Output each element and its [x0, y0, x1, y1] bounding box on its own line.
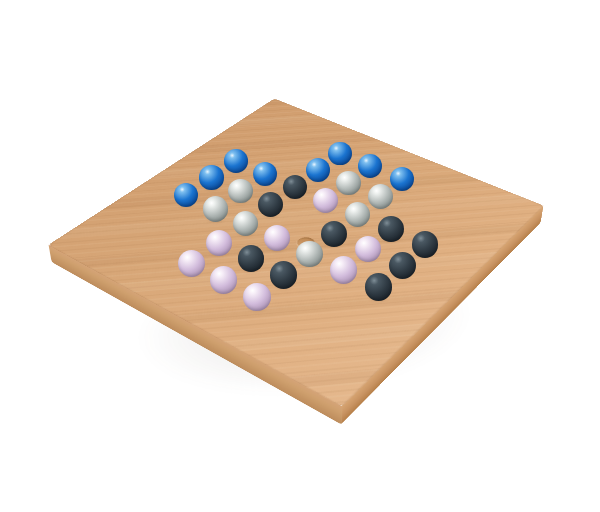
marble-blue-b3[interactable]: [253, 162, 277, 186]
marble-gray-e2[interactable]: [368, 184, 393, 209]
marble-lavender-d3[interactable]: [313, 188, 338, 213]
marble-blue-d1[interactable]: [358, 154, 382, 178]
marble-black-c3[interactable]: [283, 175, 308, 200]
marble-lavender-c7[interactable]: [178, 250, 205, 277]
marble-blue-a4[interactable]: [199, 165, 223, 189]
marble-blue-c1[interactable]: [328, 142, 351, 165]
marble-black-f3[interactable]: [378, 216, 404, 242]
marble-black-d6[interactable]: [238, 245, 265, 272]
marble-gray-b4[interactable]: [228, 179, 253, 204]
marble-gray-b5[interactable]: [203, 196, 228, 221]
marble-lavender-d7[interactable]: [210, 266, 237, 293]
marble-blue-c2[interactable]: [306, 158, 330, 182]
marble-lavender-f5[interactable]: [330, 256, 357, 283]
product-photo-stage: [0, 0, 600, 512]
marble-blue-e1[interactable]: [390, 167, 414, 191]
marble-black-e6[interactable]: [270, 261, 297, 288]
marble-blue-a3[interactable]: [224, 149, 248, 173]
marble-gray-d2[interactable]: [336, 171, 360, 195]
marble-black-e4[interactable]: [321, 221, 347, 247]
marble-black-g3[interactable]: [412, 231, 438, 257]
marble-lavender-e7[interactable]: [243, 283, 271, 311]
marble-black-g4[interactable]: [389, 252, 416, 279]
marble-black-g5[interactable]: [365, 273, 393, 301]
marble-gray-e5[interactable]: [296, 241, 323, 268]
marble-layer: [0, 0, 600, 512]
